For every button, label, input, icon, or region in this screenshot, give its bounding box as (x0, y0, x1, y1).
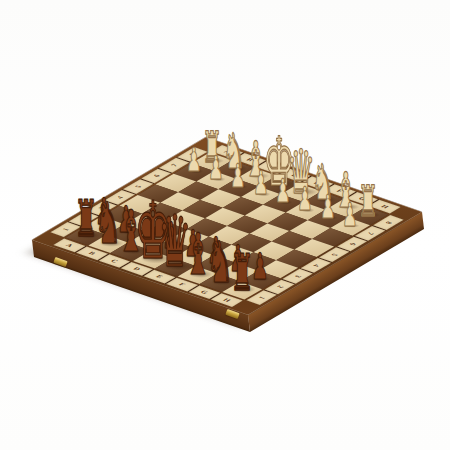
chess-set-photo-scene: ABCDEFGH ABCDEFGH 87654321 87654321 ♜♞♝♚… (0, 0, 450, 450)
chess-board: ABCDEFGH ABCDEFGH 87654321 87654321 (32, 137, 422, 315)
